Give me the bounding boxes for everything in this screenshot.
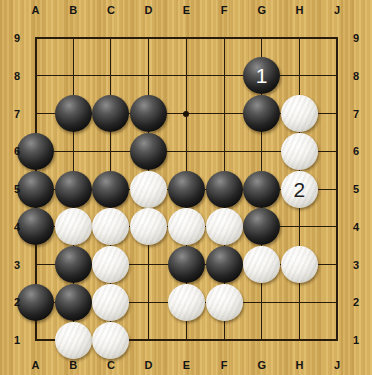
row-label-left-9: 9 <box>7 31 27 45</box>
col-label-bottom-A: A <box>26 358 46 372</box>
col-label-bottom-E: E <box>176 358 196 372</box>
col-label-top-B: B <box>63 3 83 17</box>
stone-white-G3[interactable] <box>243 246 280 283</box>
stone-black-E3[interactable] <box>168 246 205 283</box>
stone-white-C2[interactable] <box>92 284 129 321</box>
row-label-right-1: 1 <box>346 333 366 347</box>
go-diagram: 12 AABBCCDDEEFFGGHHJJ998877665544332211 <box>0 0 372 375</box>
stone-black-G4[interactable] <box>243 208 280 245</box>
stone-white-D5[interactable] <box>130 171 167 208</box>
row-label-right-5: 5 <box>346 182 366 196</box>
row-label-left-2: 2 <box>7 295 27 309</box>
stone-black-B7[interactable] <box>55 95 92 132</box>
stone-white-F2[interactable] <box>206 284 243 321</box>
stone-black-D6[interactable] <box>130 133 167 170</box>
move-number-label-1: 1 <box>256 64 268 87</box>
go-board[interactable]: 12 AABBCCDDEEFFGGHHJJ998877665544332211 <box>0 0 372 375</box>
stone-white-H6[interactable] <box>281 133 318 170</box>
col-label-bottom-J: J <box>327 358 347 372</box>
stone-black-B5[interactable] <box>55 171 92 208</box>
col-label-bottom-D: D <box>139 358 159 372</box>
row-label-left-3: 3 <box>7 258 27 272</box>
row-label-left-8: 8 <box>7 69 27 83</box>
col-label-top-E: E <box>176 3 196 17</box>
col-label-top-J: J <box>327 3 347 17</box>
stone-black-B3[interactable] <box>55 246 92 283</box>
stone-black-G7[interactable] <box>243 95 280 132</box>
stone-white-H5[interactable]: 2 <box>281 171 318 208</box>
col-label-bottom-F: F <box>214 358 234 372</box>
stone-white-H3[interactable] <box>281 246 318 283</box>
row-label-left-5: 5 <box>7 182 27 196</box>
row-label-left-6: 6 <box>7 144 27 158</box>
stone-white-H7[interactable] <box>281 95 318 132</box>
row-label-right-3: 3 <box>346 258 366 272</box>
col-label-bottom-G: G <box>252 358 272 372</box>
col-label-bottom-H: H <box>289 358 309 372</box>
stone-black-G8[interactable]: 1 <box>243 57 280 94</box>
row-label-left-7: 7 <box>7 107 27 121</box>
stone-black-B2[interactable] <box>55 284 92 321</box>
stone-white-F4[interactable] <box>206 208 243 245</box>
stone-white-C4[interactable] <box>92 208 129 245</box>
star-point-E7 <box>183 111 189 117</box>
row-label-right-2: 2 <box>346 295 366 309</box>
stone-white-D4[interactable] <box>130 208 167 245</box>
col-label-bottom-C: C <box>101 358 121 372</box>
row-label-right-7: 7 <box>346 107 366 121</box>
stone-white-B1[interactable] <box>55 322 92 359</box>
stone-black-D7[interactable] <box>130 95 167 132</box>
stone-black-C5[interactable] <box>92 171 129 208</box>
stone-black-F3[interactable] <box>206 246 243 283</box>
row-label-left-4: 4 <box>7 220 27 234</box>
col-label-top-D: D <box>139 3 159 17</box>
stone-white-C1[interactable] <box>92 322 129 359</box>
col-label-top-A: A <box>26 3 46 17</box>
stone-white-E2[interactable] <box>168 284 205 321</box>
stone-white-C3[interactable] <box>92 246 129 283</box>
grid-line-v-J <box>336 37 338 341</box>
stone-black-C7[interactable] <box>92 95 129 132</box>
row-label-right-4: 4 <box>346 220 366 234</box>
stone-black-F5[interactable] <box>206 171 243 208</box>
row-label-right-6: 6 <box>346 144 366 158</box>
col-label-top-G: G <box>252 3 272 17</box>
move-number-label-2: 2 <box>294 178 306 201</box>
col-label-top-C: C <box>101 3 121 17</box>
stone-black-G5[interactable] <box>243 171 280 208</box>
col-label-top-F: F <box>214 3 234 17</box>
stone-black-E5[interactable] <box>168 171 205 208</box>
row-label-right-8: 8 <box>346 69 366 83</box>
col-label-bottom-B: B <box>63 358 83 372</box>
col-label-top-H: H <box>289 3 309 17</box>
row-label-left-1: 1 <box>7 333 27 347</box>
row-label-right-9: 9 <box>346 31 366 45</box>
stone-white-E4[interactable] <box>168 208 205 245</box>
stone-white-B4[interactable] <box>55 208 92 245</box>
